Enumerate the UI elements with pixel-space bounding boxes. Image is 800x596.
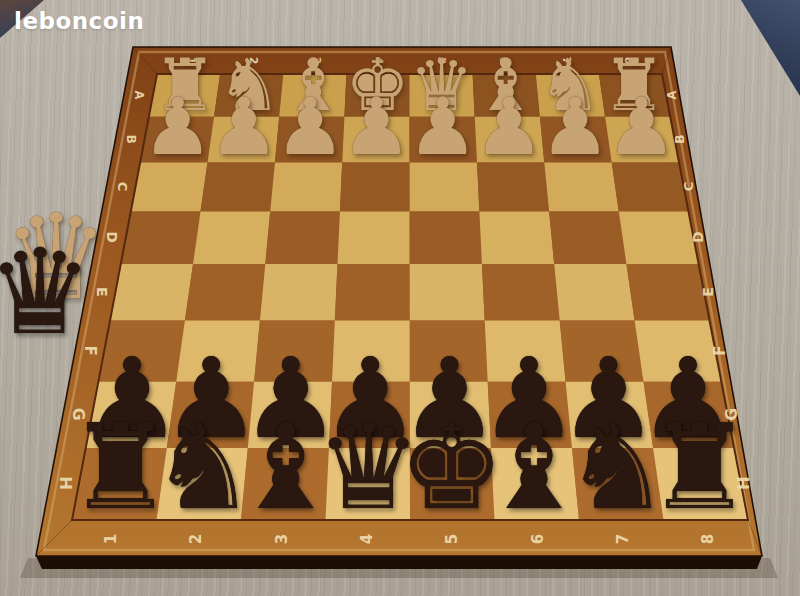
piece-white-pawn[interactable]: ♟ (540, 88, 611, 167)
coordinate-label: E (700, 287, 716, 297)
coordinate-label: D (690, 232, 706, 243)
square-a5[interactable] (626, 264, 709, 321)
square-d4[interactable] (410, 211, 482, 264)
photo-scene: leboncoin 11AA22BB33CC44DD55EE66FF77GG88… (0, 0, 800, 596)
square-h5[interactable] (110, 264, 193, 321)
piece-white-pawn[interactable]: ♟ (142, 88, 213, 167)
piece-white-pawn[interactable]: ♟ (341, 88, 412, 167)
piece-black-rook[interactable]: ♜ (647, 408, 753, 526)
piece-white-pawn[interactable]: ♟ (407, 88, 478, 167)
square-b5[interactable] (554, 264, 634, 321)
square-f5[interactable] (260, 264, 338, 321)
square-d5[interactable] (410, 264, 485, 321)
square-c5[interactable] (482, 264, 560, 321)
square-g4[interactable] (193, 211, 270, 264)
square-e5[interactable] (335, 264, 410, 321)
piece-black-queen[interactable]: ♛ (0, 233, 93, 351)
coordinate-label: C (115, 182, 130, 191)
coordinate-label: C (681, 182, 696, 191)
square-b4[interactable] (549, 211, 626, 264)
piece-white-pawn[interactable]: ♟ (208, 88, 279, 167)
piece-white-pawn[interactable]: ♟ (606, 88, 677, 167)
piece-white-pawn[interactable]: ♟ (473, 88, 544, 167)
board-edge (36, 556, 762, 569)
square-g5[interactable] (185, 264, 265, 321)
piece-white-pawn[interactable]: ♟ (275, 88, 346, 167)
square-h4[interactable] (121, 211, 201, 264)
coordinate-label: B (124, 135, 138, 144)
leboncoin-watermark: leboncoin (14, 8, 144, 34)
square-e4[interactable] (338, 211, 410, 264)
square-c4[interactable] (479, 211, 554, 264)
square-f4[interactable] (265, 211, 340, 264)
square-a4[interactable] (619, 211, 699, 264)
